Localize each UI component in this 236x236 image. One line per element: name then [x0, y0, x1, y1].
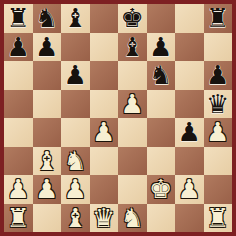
piece-black-bishop-e7[interactable]: ♝ [121, 33, 144, 62]
piece-white-pawn-b2[interactable]: ♟ [35, 175, 58, 204]
square-f2[interactable]: ♚ [147, 175, 176, 204]
square-a1[interactable]: ♜ [4, 204, 33, 233]
square-h4[interactable]: ♟ [204, 118, 233, 147]
square-c7[interactable] [61, 33, 90, 62]
square-g2[interactable]: ♟ [175, 175, 204, 204]
piece-black-rook-a8[interactable]: ♜ [7, 4, 30, 33]
square-f5[interactable] [147, 90, 176, 119]
square-g5[interactable] [175, 90, 204, 119]
piece-white-knight-e1[interactable]: ♞ [121, 204, 144, 233]
square-d4[interactable]: ♟ [90, 118, 119, 147]
piece-black-pawn-b7[interactable]: ♟ [35, 33, 58, 62]
square-h8[interactable]: ♜ [204, 4, 233, 33]
square-b8[interactable]: ♞ [33, 4, 62, 33]
square-b5[interactable] [33, 90, 62, 119]
piece-black-pawn-a7[interactable]: ♟ [7, 33, 30, 62]
piece-white-pawn-a2[interactable]: ♟ [7, 175, 30, 204]
square-d1[interactable]: ♛ [90, 204, 119, 233]
square-b2[interactable]: ♟ [33, 175, 62, 204]
square-d3[interactable] [90, 147, 119, 176]
piece-white-pawn-h4[interactable]: ♟ [206, 118, 229, 147]
square-b6[interactable] [33, 61, 62, 90]
piece-white-rook-a1[interactable]: ♜ [7, 204, 30, 233]
square-e4[interactable] [118, 118, 147, 147]
square-g7[interactable] [175, 33, 204, 62]
square-f8[interactable] [147, 4, 176, 33]
piece-white-king-f2[interactable]: ♚ [149, 175, 172, 204]
square-g1[interactable] [175, 204, 204, 233]
square-d6[interactable] [90, 61, 119, 90]
square-g6[interactable] [175, 61, 204, 90]
piece-white-queen-d1[interactable]: ♛ [92, 204, 115, 233]
piece-black-pawn-c6[interactable]: ♟ [64, 61, 87, 90]
square-c5[interactable] [61, 90, 90, 119]
square-g3[interactable] [175, 147, 204, 176]
square-f6[interactable]: ♞ [147, 61, 176, 90]
square-a7[interactable]: ♟ [4, 33, 33, 62]
square-a6[interactable] [4, 61, 33, 90]
square-h1[interactable]: ♜ [204, 204, 233, 233]
piece-white-pawn-g2[interactable]: ♟ [178, 175, 201, 204]
piece-white-pawn-e5[interactable]: ♟ [121, 90, 144, 119]
square-f3[interactable] [147, 147, 176, 176]
piece-white-pawn-d4[interactable]: ♟ [92, 118, 115, 147]
square-c1[interactable]: ♝ [61, 204, 90, 233]
square-c6[interactable]: ♟ [61, 61, 90, 90]
square-a4[interactable] [4, 118, 33, 147]
square-e2[interactable] [118, 175, 147, 204]
square-d7[interactable] [90, 33, 119, 62]
square-b7[interactable]: ♟ [33, 33, 62, 62]
square-d2[interactable] [90, 175, 119, 204]
square-f7[interactable]: ♟ [147, 33, 176, 62]
piece-black-knight-f6[interactable]: ♞ [149, 61, 172, 90]
piece-black-king-e8[interactable]: ♚ [121, 4, 144, 33]
square-e1[interactable]: ♞ [118, 204, 147, 233]
square-g8[interactable] [175, 4, 204, 33]
square-e8[interactable]: ♚ [118, 4, 147, 33]
square-e6[interactable] [118, 61, 147, 90]
square-h2[interactable] [204, 175, 233, 204]
piece-white-knight-c3[interactable]: ♞ [64, 147, 87, 176]
piece-black-pawn-g4[interactable]: ♟ [178, 118, 201, 147]
board-frame: ♜♞♝♚♜♟♟♝♟♟♞♟♟♛♟♟♟♝♞♟♟♟♚♟♜♝♛♞♜ [0, 0, 236, 236]
square-d8[interactable] [90, 4, 119, 33]
piece-black-knight-b8[interactable]: ♞ [35, 4, 58, 33]
square-e7[interactable]: ♝ [118, 33, 147, 62]
piece-black-pawn-f7[interactable]: ♟ [149, 33, 172, 62]
square-a3[interactable] [4, 147, 33, 176]
square-b1[interactable] [33, 204, 62, 233]
square-c3[interactable]: ♞ [61, 147, 90, 176]
piece-white-bishop-c1[interactable]: ♝ [64, 204, 87, 233]
square-h6[interactable]: ♟ [204, 61, 233, 90]
square-d5[interactable] [90, 90, 119, 119]
square-a8[interactable]: ♜ [4, 4, 33, 33]
piece-white-bishop-b3[interactable]: ♝ [35, 147, 58, 176]
square-a2[interactable]: ♟ [4, 175, 33, 204]
square-c4[interactable] [61, 118, 90, 147]
square-b3[interactable]: ♝ [33, 147, 62, 176]
square-b4[interactable] [33, 118, 62, 147]
square-e3[interactable] [118, 147, 147, 176]
square-a5[interactable] [4, 90, 33, 119]
square-e5[interactable]: ♟ [118, 90, 147, 119]
square-h7[interactable] [204, 33, 233, 62]
piece-white-rook-h1[interactable]: ♜ [206, 204, 229, 233]
chess-board: ♜♞♝♚♜♟♟♝♟♟♞♟♟♛♟♟♟♝♞♟♟♟♚♟♜♝♛♞♜ [4, 4, 232, 232]
piece-black-rook-h8[interactable]: ♜ [206, 4, 229, 33]
square-f4[interactable] [147, 118, 176, 147]
square-f1[interactable] [147, 204, 176, 233]
piece-white-pawn-c2[interactable]: ♟ [64, 175, 87, 204]
square-h3[interactable] [204, 147, 233, 176]
square-c2[interactable]: ♟ [61, 175, 90, 204]
square-c8[interactable]: ♝ [61, 4, 90, 33]
square-g4[interactable]: ♟ [175, 118, 204, 147]
piece-black-pawn-h6[interactable]: ♟ [206, 61, 229, 90]
square-h5[interactable]: ♛ [204, 90, 233, 119]
piece-black-bishop-c8[interactable]: ♝ [64, 4, 87, 33]
piece-black-queen-h5[interactable]: ♛ [206, 90, 229, 119]
